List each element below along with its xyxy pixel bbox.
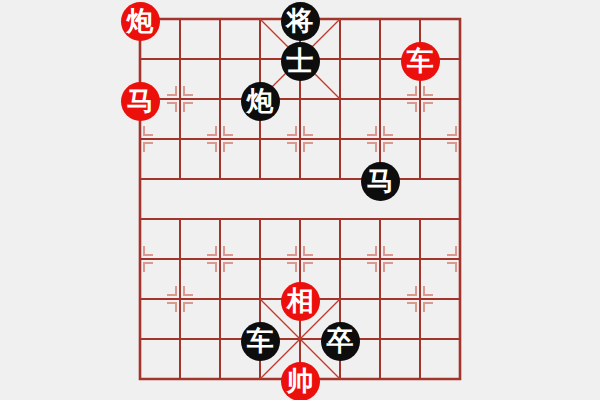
piece-black-general[interactable]: 将 (281, 2, 320, 41)
piece-red-cannon[interactable]: 炮 (121, 2, 160, 41)
piece-black-chariot[interactable]: 车 (241, 322, 280, 361)
piece-black-cannon[interactable]: 炮 (241, 82, 280, 121)
xiangqi-diagram: 炮将士车马炮马相车卒帅 (0, 0, 600, 400)
piece-red-elephant[interactable]: 相 (281, 282, 320, 321)
piece-red-horse[interactable]: 马 (121, 82, 160, 121)
piece-red-chariot[interactable]: 车 (401, 42, 440, 81)
piece-black-advisor[interactable]: 士 (281, 42, 320, 81)
piece-red-general[interactable]: 帅 (281, 362, 320, 400)
piece-black-horse[interactable]: 马 (361, 162, 400, 201)
xiangqi-board: 炮将士车马炮马相车卒帅 (140, 19, 460, 379)
piece-black-pawn[interactable]: 卒 (321, 322, 360, 361)
pieces-layer: 炮将士车马炮马相车卒帅 (120, 1, 480, 400)
